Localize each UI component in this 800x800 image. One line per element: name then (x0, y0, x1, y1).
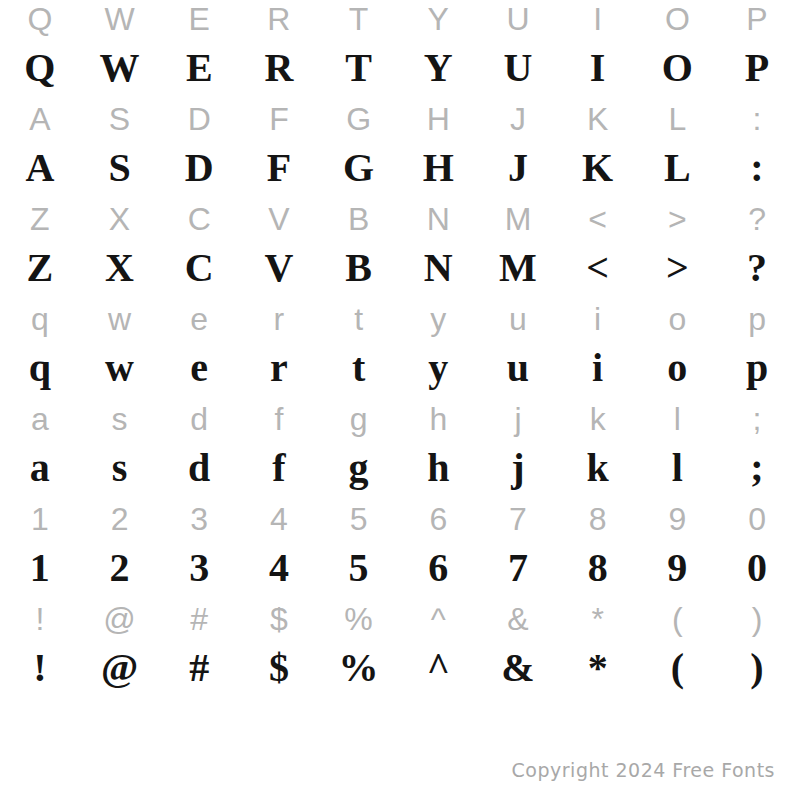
glyph-cell: ; (717, 443, 797, 493)
glyph-cell: g (319, 394, 399, 444)
glyph-cell: I (558, 0, 638, 44)
glyph-cell: L (638, 94, 718, 144)
glyph-cell: h (398, 394, 478, 444)
glyph-cell: P (717, 0, 797, 44)
glyph-cell: * (558, 594, 638, 644)
glyph-cell: M (478, 243, 558, 293)
glyph-cell: V (239, 243, 319, 293)
glyph-cell: @ (80, 594, 160, 644)
glyph-cell: 5 (319, 543, 399, 593)
glyph-cell: R (239, 43, 319, 93)
glyph-cell: $ (239, 594, 319, 644)
glyph-cell: O (638, 43, 718, 93)
glyph-cell: w (80, 294, 160, 344)
glyph-cell: 7 (478, 543, 558, 593)
glyph-cell: P (717, 43, 797, 93)
glyph-cell: < (558, 243, 638, 293)
glyph-cell: S (80, 94, 160, 144)
glyph-cell: q (0, 343, 80, 393)
glyph-cell: Y (398, 43, 478, 93)
glyph-cell: X (80, 243, 160, 293)
glyph-cell: s (80, 394, 160, 444)
glyph-cell: : (717, 94, 797, 144)
glyph-cell: 9 (638, 494, 718, 544)
glyph-cell: l (638, 394, 718, 444)
glyph-cell: 2 (80, 494, 160, 544)
glyph-cell: & (478, 594, 558, 644)
glyph-cell: ^ (398, 643, 478, 693)
glyph-cell: o (638, 294, 718, 344)
glyph-cell: 7 (478, 494, 558, 544)
glyph-cell: ! (0, 594, 80, 644)
glyph-cell: ^ (398, 594, 478, 644)
glyph-cell: C (159, 194, 239, 244)
glyph-cell: 1 (0, 494, 80, 544)
glyph-cell: w (80, 343, 160, 393)
glyph-cell: l (638, 443, 718, 493)
character-grid: QWERTYUIOPQWERTYUIOPASDFGHJKL:ASDFGHJKL:… (0, 0, 797, 700)
glyph-cell: O (638, 0, 718, 44)
glyph-cell: f (239, 443, 319, 493)
glyph-cell: ) (717, 643, 797, 693)
glyph-cell: # (159, 594, 239, 644)
glyph-cell: D (159, 94, 239, 144)
glyph-cell: W (80, 0, 160, 44)
glyph-cell: N (398, 243, 478, 293)
glyph-cell: : (717, 143, 797, 193)
glyph-cell: > (638, 243, 718, 293)
glyph-cell: Z (0, 243, 80, 293)
glyph-cell: C (159, 243, 239, 293)
glyph-cell: B (319, 243, 399, 293)
glyph-cell: # (159, 643, 239, 693)
glyph-cell: h (398, 443, 478, 493)
glyph-cell: U (478, 0, 558, 44)
glyph-cell: @ (80, 643, 160, 693)
glyph-cell: ) (717, 594, 797, 644)
glyph-cell: E (159, 0, 239, 44)
glyph-cell: 6 (398, 543, 478, 593)
glyph-cell: K (558, 143, 638, 193)
glyph-cell: f (239, 394, 319, 444)
glyph-cell: p (717, 343, 797, 393)
glyph-cell: a (0, 443, 80, 493)
glyph-cell: i (558, 294, 638, 344)
glyph-cell: u (478, 343, 558, 393)
glyph-cell: 2 (80, 543, 160, 593)
glyph-cell: J (478, 94, 558, 144)
glyph-cell: y (398, 294, 478, 344)
glyph-cell: ? (717, 194, 797, 244)
glyph-cell: * (558, 643, 638, 693)
glyph-cell: ? (717, 243, 797, 293)
glyph-cell: t (319, 343, 399, 393)
glyph-cell: K (558, 94, 638, 144)
glyph-cell: e (159, 343, 239, 393)
glyph-cell: N (398, 194, 478, 244)
glyph-cell: R (239, 0, 319, 44)
glyph-cell: I (558, 43, 638, 93)
glyph-cell: B (319, 194, 399, 244)
glyph-cell: 4 (239, 543, 319, 593)
glyph-cell: D (159, 143, 239, 193)
glyph-cell: Q (0, 43, 80, 93)
glyph-cell: q (0, 294, 80, 344)
glyph-cell: 8 (558, 543, 638, 593)
glyph-cell: F (239, 143, 319, 193)
glyph-cell: G (319, 143, 399, 193)
glyph-cell: U (478, 43, 558, 93)
glyph-cell: H (398, 94, 478, 144)
glyph-cell: A (0, 94, 80, 144)
glyph-cell: 0 (717, 494, 797, 544)
glyph-cell: H (398, 143, 478, 193)
glyph-cell: E (159, 43, 239, 93)
glyph-cell: Y (398, 0, 478, 44)
glyph-cell: ( (638, 643, 718, 693)
glyph-cell: 8 (558, 494, 638, 544)
glyph-cell: i (558, 343, 638, 393)
glyph-cell: % (319, 643, 399, 693)
glyph-cell: p (717, 294, 797, 344)
glyph-cell: j (478, 394, 558, 444)
glyph-cell: 1 (0, 543, 80, 593)
glyph-cell: o (638, 343, 718, 393)
glyph-cell: W (80, 43, 160, 93)
glyph-cell: % (319, 594, 399, 644)
glyph-cell: e (159, 294, 239, 344)
glyph-cell: F (239, 94, 319, 144)
copyright-text: Copyright 2024 Free Fonts (512, 759, 775, 781)
glyph-cell: G (319, 94, 399, 144)
glyph-cell: $ (239, 643, 319, 693)
glyph-cell: u (478, 294, 558, 344)
glyph-cell: d (159, 443, 239, 493)
glyph-cell: 6 (398, 494, 478, 544)
glyph-cell: 0 (717, 543, 797, 593)
glyph-cell: T (319, 43, 399, 93)
glyph-cell: M (478, 194, 558, 244)
glyph-cell: A (0, 143, 80, 193)
glyph-cell: s (80, 443, 160, 493)
glyph-cell: 3 (159, 543, 239, 593)
glyph-cell: 5 (319, 494, 399, 544)
glyph-cell: Z (0, 194, 80, 244)
glyph-cell: d (159, 394, 239, 444)
glyph-cell: & (478, 643, 558, 693)
glyph-cell: r (239, 343, 319, 393)
glyph-cell: Q (0, 0, 80, 44)
glyph-cell: j (478, 443, 558, 493)
glyph-cell: k (558, 443, 638, 493)
glyph-cell: V (239, 194, 319, 244)
glyph-cell: ! (0, 643, 80, 693)
glyph-cell: ; (717, 394, 797, 444)
glyph-cell: J (478, 143, 558, 193)
glyph-cell: y (398, 343, 478, 393)
glyph-cell: S (80, 143, 160, 193)
glyph-cell: < (558, 194, 638, 244)
glyph-cell: 9 (638, 543, 718, 593)
glyph-cell: k (558, 394, 638, 444)
glyph-cell: L (638, 143, 718, 193)
glyph-cell: r (239, 294, 319, 344)
glyph-cell: 3 (159, 494, 239, 544)
glyph-cell: a (0, 394, 80, 444)
glyph-cell: t (319, 294, 399, 344)
glyph-cell: ( (638, 594, 718, 644)
glyph-cell: g (319, 443, 399, 493)
font-specimen-page: QWERTYUIOPQWERTYUIOPASDFGHJKL:ASDFGHJKL:… (0, 0, 800, 800)
glyph-cell: 4 (239, 494, 319, 544)
glyph-cell: T (319, 0, 399, 44)
glyph-cell: > (638, 194, 718, 244)
glyph-cell: X (80, 194, 160, 244)
